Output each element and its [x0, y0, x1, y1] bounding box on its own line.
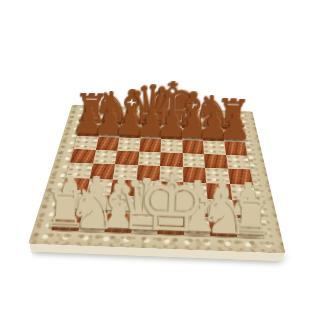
square-f6 — [182, 140, 204, 154]
square-g6 — [203, 141, 226, 155]
square-h6 — [224, 142, 247, 156]
square-b1: ♞ — [78, 212, 107, 232]
square-h7: ♟ — [222, 129, 245, 142]
square-b5 — [93, 150, 118, 165]
product-photo: ♜♞♝♛♚♝♞♜♟♟♟♟♟♟♟♟♟♟♟♟♟♟♟♟♜♞♝♛♚♝♞♜ — [0, 0, 320, 320]
piece-black-pawn: ♟ — [218, 112, 252, 142]
piece-white-king: ♚ — [136, 172, 208, 235]
square-a5 — [70, 149, 95, 164]
piece-white-knight: ♞ — [66, 186, 118, 232]
square-e1: ♚ — [157, 215, 183, 235]
square-e6 — [161, 139, 183, 153]
square-b6 — [96, 137, 120, 151]
board-grid: ♜♞♝♛♚♝♞♜♟♟♟♟♟♟♟♟♟♟♟♟♟♟♟♟♜♞♝♛♚♝♞♜ — [52, 113, 264, 238]
square-h5 — [226, 155, 250, 170]
board-scene: ♜♞♝♛♚♝♞♜♟♟♟♟♟♟♟♟♟♟♟♟♟♟♟♟♜♞♝♛♚♝♞♜ — [0, 0, 320, 320]
square-a6 — [74, 136, 98, 150]
square-d6 — [139, 138, 161, 152]
square-c6 — [117, 138, 140, 152]
square-g1: ♞ — [209, 217, 237, 237]
chess-board: ♜♞♝♛♚♝♞♜♟♟♟♟♟♟♟♟♟♟♟♟♟♟♟♟♜♞♝♛♚♝♞♜ — [28, 105, 285, 254]
